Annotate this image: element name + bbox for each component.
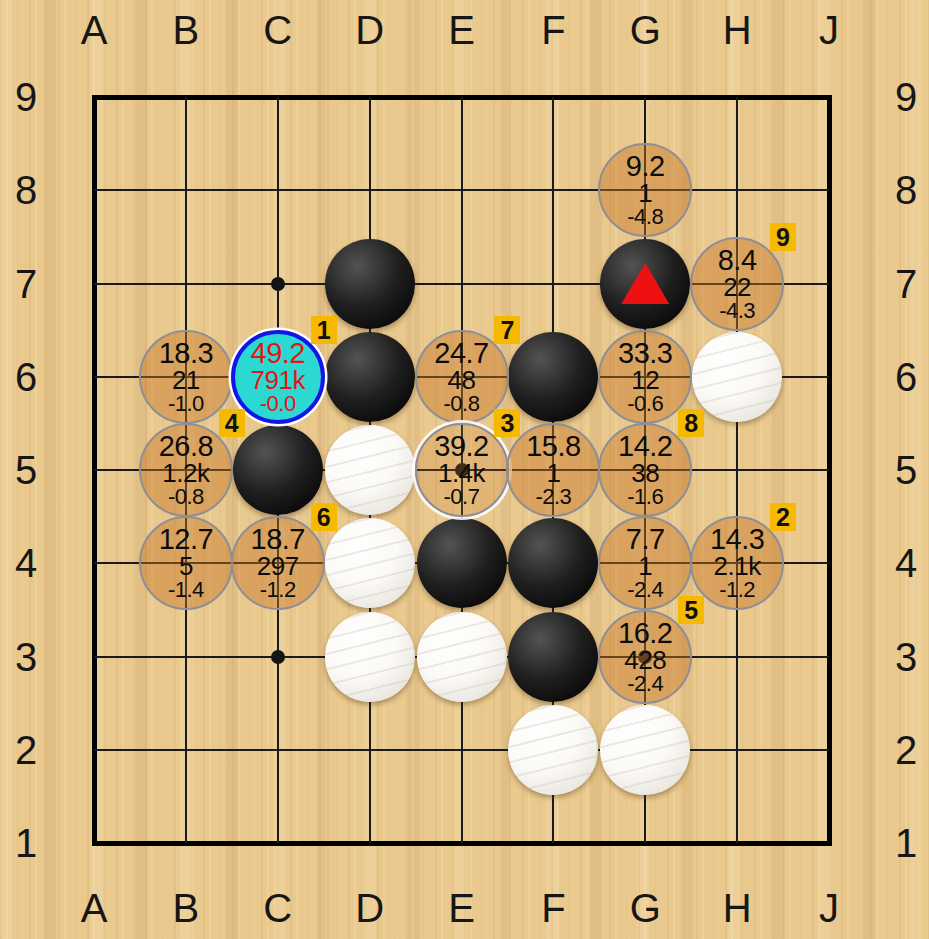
analysis-point-loss: -0.8: [168, 486, 204, 508]
analysis-visits: 428: [624, 647, 666, 673]
analysis-visits: 5: [179, 553, 193, 579]
intersection-J5[interactable]: [783, 423, 875, 516]
analysis-winrate: 18.3: [159, 339, 213, 367]
analysis-point-loss: -0.7: [444, 486, 480, 508]
coord-label-right-6: 6: [895, 357, 917, 397]
black-stone-C5: [233, 425, 323, 515]
intersection-F5[interactable]: 15.81-2.3: [507, 423, 599, 516]
analysis-visits: 22: [723, 274, 751, 300]
intersection-B2[interactable]: [140, 703, 232, 796]
intersection-D6[interactable]: [324, 330, 416, 423]
analysis-point-loss: -1.2: [719, 579, 755, 601]
intersection-H7[interactable]: 8.422-4.39: [691, 237, 783, 330]
intersection-B4[interactable]: 12.75-1.4: [140, 517, 232, 610]
analysis-winrate: 33.3: [618, 339, 672, 367]
white-stone-F2: [508, 705, 598, 795]
analysis-winrate: 14.3: [710, 525, 764, 553]
coord-label-right-7: 7: [895, 264, 917, 304]
intersection-F7[interactable]: [507, 237, 599, 330]
intersection-J9[interactable]: [783, 50, 875, 143]
intersection-G5[interactable]: 14.238-1.68: [599, 423, 691, 516]
coord-label-bottom-A: A: [81, 888, 108, 928]
coord-label-right-5: 5: [895, 450, 917, 490]
last-move-triangle-icon: [621, 263, 669, 304]
analysis-winrate: 7.7: [626, 525, 665, 553]
coord-label-right-1: 1: [895, 823, 917, 863]
intersection-D3[interactable]: [324, 610, 416, 703]
intersection-F2[interactable]: [507, 703, 599, 796]
intersection-G7[interactable]: [599, 237, 691, 330]
move-order-badge-6: 6: [311, 503, 337, 531]
analysis-winrate: 26.8: [159, 432, 213, 460]
analysis-winrate: 18.7: [251, 525, 305, 553]
black-stone-F4: [508, 518, 598, 608]
black-stone-D6: [325, 332, 415, 422]
intersection-F9[interactable]: [507, 50, 599, 143]
analysis-winrate: 16.2: [618, 619, 672, 647]
intersection-B5[interactable]: 26.81.2k-0.84: [140, 423, 232, 516]
analysis-visits: 791k: [251, 367, 305, 393]
intersection-E1[interactable]: [416, 796, 508, 889]
analysis-point-loss: -1.0: [168, 393, 204, 415]
intersection-C8[interactable]: [232, 144, 324, 237]
intersection-H2[interactable]: [691, 703, 783, 796]
coord-label-top-G: G: [630, 10, 661, 50]
coord-label-right-2: 2: [895, 730, 917, 770]
white-stone-D5: [325, 425, 415, 515]
analysis-point-loss: -1.6: [627, 486, 663, 508]
coord-label-bottom-B: B: [173, 888, 200, 928]
intersection-C1[interactable]: [232, 796, 324, 889]
intersection-A4[interactable]: [48, 517, 140, 610]
analysis-winrate: 24.7: [434, 339, 488, 367]
intersection-J1[interactable]: [783, 796, 875, 889]
coord-label-left-8: 8: [15, 170, 37, 210]
analysis-winrate: 49.2: [251, 339, 305, 367]
analysis-winrate: 15.8: [526, 432, 580, 460]
intersection-D1[interactable]: [324, 796, 416, 889]
coord-label-left-7: 7: [15, 264, 37, 304]
intersection-F1[interactable]: [507, 796, 599, 889]
coord-label-left-9: 9: [15, 77, 37, 117]
coord-label-bottom-E: E: [448, 888, 475, 928]
intersection-A7[interactable]: [48, 237, 140, 330]
intersection-H9[interactable]: [691, 50, 783, 143]
coord-label-left-4: 4: [15, 543, 37, 583]
intersection-A1[interactable]: [48, 796, 140, 889]
analysis-point-loss: -1.2: [260, 579, 296, 601]
coord-label-bottom-F: F: [541, 888, 565, 928]
intersection-J8[interactable]: [783, 144, 875, 237]
intersection-G8[interactable]: 9.21-4.8: [599, 144, 691, 237]
intersection-H3[interactable]: [691, 610, 783, 703]
intersection-B1[interactable]: [140, 796, 232, 889]
intersection-F6[interactable]: [507, 330, 599, 423]
analysis-circle-B4[interactable]: 12.75-1.4: [139, 516, 233, 610]
coord-label-right-4: 4: [895, 543, 917, 583]
coord-label-top-H: H: [723, 10, 752, 50]
coord-label-bottom-C: C: [263, 888, 292, 928]
coord-label-top-J: J: [819, 10, 839, 50]
black-stone-F3: [508, 612, 598, 702]
coord-label-bottom-G: G: [630, 888, 661, 928]
intersection-G1[interactable]: [599, 796, 691, 889]
intersection-A8[interactable]: [48, 144, 140, 237]
coord-label-bottom-H: H: [723, 888, 752, 928]
intersection-H6[interactable]: [691, 330, 783, 423]
analysis-winrate: 12.7: [159, 525, 213, 553]
analysis-visits: 1: [546, 460, 560, 486]
intersection-J6[interactable]: [783, 330, 875, 423]
intersection-A5[interactable]: [48, 423, 140, 516]
move-order-badge-7: 7: [494, 316, 520, 344]
analysis-visits: 12: [631, 367, 659, 393]
analysis-point-loss: -2.4: [627, 673, 663, 695]
intersection-D7[interactable]: [324, 237, 416, 330]
coord-label-top-B: B: [173, 10, 200, 50]
analysis-visits: 48: [448, 367, 476, 393]
coord-label-bottom-D: D: [355, 888, 384, 928]
analysis-point-loss: -2.4: [627, 579, 663, 601]
coord-label-top-C: C: [263, 10, 292, 50]
analysis-circle-F5[interactable]: 15.81-2.3: [506, 423, 600, 517]
intersection-D2[interactable]: [324, 703, 416, 796]
intersection-E2[interactable]: [416, 703, 508, 796]
analysis-winrate: 8.4: [718, 246, 757, 274]
analysis-circle-G8[interactable]: 9.21-4.8: [598, 143, 692, 237]
intersection-E9[interactable]: [416, 50, 508, 143]
analysis-point-loss: -2.3: [535, 486, 571, 508]
analysis-visits: 1.2k: [162, 460, 209, 486]
intersection-J3[interactable]: [783, 610, 875, 703]
white-stone-G2: [600, 705, 690, 795]
board-grid: 9.21-4.88.422-4.3918.321-1.049.2791k-0.0…: [48, 50, 875, 889]
intersection-B3[interactable]: [140, 610, 232, 703]
analysis-winrate: 9.2: [626, 152, 665, 180]
intersection-D4[interactable]: [324, 517, 416, 610]
intersection-J2[interactable]: [783, 703, 875, 796]
intersection-B9[interactable]: [140, 50, 232, 143]
analysis-point-loss: -0.6: [627, 393, 663, 415]
analysis-point-loss: -1.4: [168, 579, 204, 601]
intersection-F8[interactable]: [507, 144, 599, 237]
black-stone-D7: [325, 239, 415, 329]
move-order-badge-3: 3: [494, 409, 520, 437]
analysis-visits: 2.1k: [714, 553, 761, 579]
intersection-G9[interactable]: [599, 50, 691, 143]
white-stone-H6: [692, 332, 782, 422]
coord-label-left-1: 1: [15, 823, 37, 863]
intersection-F4[interactable]: [507, 517, 599, 610]
intersection-C4[interactable]: 18.7297-1.26: [232, 517, 324, 610]
intersection-J7[interactable]: [783, 237, 875, 330]
intersection-D9[interactable]: [324, 50, 416, 143]
move-order-badge-9: 9: [770, 223, 796, 251]
intersection-A9[interactable]: [48, 50, 140, 143]
black-stone-F6: [508, 332, 598, 422]
white-stone-D3: [325, 612, 415, 702]
analysis-winrate: 14.2: [618, 432, 672, 460]
black-stone-G7: [600, 239, 690, 329]
analysis-visits: 21: [172, 367, 200, 393]
coord-label-left-2: 2: [15, 730, 37, 770]
analysis-visits: 297: [257, 553, 299, 579]
intersection-E4[interactable]: [416, 517, 508, 610]
coord-label-top-A: A: [81, 10, 108, 50]
intersection-E3[interactable]: [416, 610, 508, 703]
intersection-A2[interactable]: [48, 703, 140, 796]
white-stone-D4: [325, 518, 415, 608]
intersection-C3[interactable]: [232, 610, 324, 703]
intersection-H4[interactable]: 14.32.1k-1.22: [691, 517, 783, 610]
intersection-J4[interactable]: [783, 517, 875, 610]
analysis-point-loss: -0.0: [260, 393, 296, 415]
coord-label-top-E: E: [448, 10, 475, 50]
intersection-G2[interactable]: [599, 703, 691, 796]
coord-label-top-F: F: [541, 10, 565, 50]
analysis-winrate: 39.2: [434, 432, 488, 460]
move-order-badge-8: 8: [678, 409, 704, 437]
coord-label-right-3: 3: [895, 637, 917, 677]
analysis-point-loss: -4.3: [719, 300, 755, 322]
coord-label-left-5: 5: [15, 450, 37, 490]
coord-label-right-9: 9: [895, 77, 917, 117]
intersection-C9[interactable]: [232, 50, 324, 143]
coord-label-bottom-J: J: [819, 888, 839, 928]
black-stone-E4: [417, 518, 507, 608]
intersection-D8[interactable]: [324, 144, 416, 237]
move-order-badge-5: 5: [678, 596, 704, 624]
coord-label-left-3: 3: [15, 637, 37, 677]
intersection-E5[interactable]: 39.21.4k-0.73: [416, 423, 508, 516]
analysis-visits: 38: [631, 460, 659, 486]
move-order-badge-4: 4: [219, 409, 245, 437]
move-order-badge-2: 2: [770, 503, 796, 531]
coord-label-top-D: D: [355, 10, 384, 50]
analysis-point-loss: -0.8: [444, 393, 480, 415]
go-analysis-board: ABCDEFGHJ ABCDEFGHJ 987654321 987654321 …: [0, 0, 929, 939]
intersection-C6[interactable]: 49.2791k-0.01: [232, 330, 324, 423]
analysis-visits: 1: [638, 553, 652, 579]
intersection-E8[interactable]: [416, 144, 508, 237]
white-stone-E3: [417, 612, 507, 702]
analysis-visits: 1.4k: [438, 460, 485, 486]
intersection-G3[interactable]: 16.2428-2.45: [599, 610, 691, 703]
analysis-point-loss: -4.8: [627, 206, 663, 228]
analysis-visits: 1: [638, 180, 652, 206]
move-order-badge-1: 1: [311, 316, 337, 344]
coord-label-right-8: 8: [895, 170, 917, 210]
intersection-B7[interactable]: [140, 237, 232, 330]
intersection-D5[interactable]: [324, 423, 416, 516]
intersection-B8[interactable]: [140, 144, 232, 237]
intersection-A6[interactable]: [48, 330, 140, 423]
intersection-H1[interactable]: [691, 796, 783, 889]
intersection-F3[interactable]: [507, 610, 599, 703]
intersection-A3[interactable]: [48, 610, 140, 703]
intersection-C2[interactable]: [232, 703, 324, 796]
coord-label-left-6: 6: [15, 357, 37, 397]
